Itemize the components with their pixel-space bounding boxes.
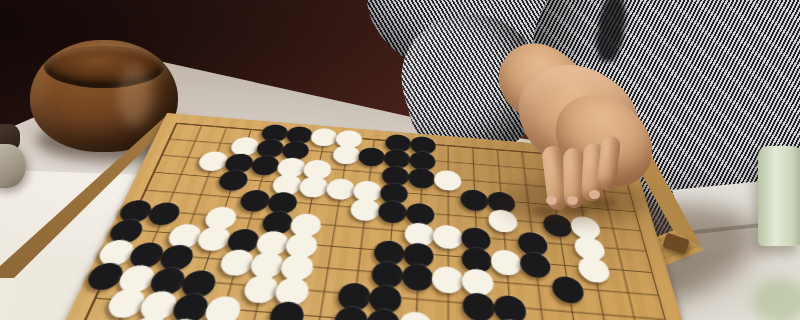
fingernail — [589, 190, 600, 199]
white-stone-r4c6: ● — [268, 168, 306, 197]
white-stone-r6c4: ● — [200, 200, 243, 232]
black-stone-r5c6: ● — [263, 186, 302, 216]
hoshi-point — [187, 302, 195, 308]
black-stone-r2c10: ● — [381, 144, 413, 170]
black-stone-r9c10: ● — [366, 276, 406, 315]
white-stone-r11c3: ● — [122, 307, 176, 320]
white-stone-r11c4: ● — [156, 310, 209, 320]
bowl-highlight — [118, 64, 152, 126]
black-stone-r11c5: ● — [190, 312, 241, 320]
black-stone-r2c6: ● — [278, 136, 314, 162]
white-stone-r5c9: ● — [347, 192, 383, 223]
black-stone-r3c5: ● — [247, 149, 285, 176]
black-stone-r1c11: ● — [408, 131, 438, 156]
black-stone-r11c6: ● — [224, 315, 273, 320]
black-stone-r9c3: ● — [144, 259, 194, 297]
white-stone-r4c7: ● — [295, 170, 332, 199]
black-stone-r5c10: ● — [375, 194, 410, 225]
white-stone-r8c7: ● — [276, 247, 318, 283]
black-stone-r8c16: ● — [548, 269, 589, 306]
white-stone-r6c17: ● — [569, 229, 609, 262]
black-stone-r8c10: ● — [368, 254, 406, 291]
white-stone-r3c7: ● — [300, 154, 336, 181]
black-stone-r6c6: ● — [258, 204, 299, 236]
black-stone-r6c15: ● — [514, 225, 551, 258]
white-stone-r10c11: ● — [395, 303, 434, 320]
black-stone-r3c4: ● — [220, 147, 259, 174]
hoshi-point — [391, 189, 397, 193]
black-stone-r6c2: ● — [142, 195, 188, 227]
black-stone-r3c11: ● — [406, 162, 438, 190]
white-stone-r6c12: ● — [431, 218, 465, 251]
black-stone-r7c11: ● — [400, 235, 436, 270]
black-stone-r10c9: ● — [330, 298, 373, 320]
white-stone-r10c3: ● — [133, 282, 185, 320]
white-stone-r1c8: ● — [332, 125, 365, 150]
black-stone-r5c11: ● — [403, 197, 437, 228]
white-stone-r4c8: ● — [323, 172, 359, 201]
black-stone-r8c3: ● — [153, 237, 201, 273]
black-stone-r8c2: ● — [123, 235, 172, 271]
black-stone-r4c13: ● — [458, 183, 491, 212]
cup — [758, 146, 800, 246]
white-stone-r8c13: ● — [460, 261, 497, 298]
fingernail — [546, 196, 557, 205]
white-stone-r8c12: ● — [430, 259, 466, 296]
black-stone-r7c13: ● — [459, 240, 495, 275]
white-stone-r10c2: ● — [101, 280, 155, 320]
white-stone-r7c6: ● — [252, 224, 294, 258]
white-stone-r9c7: ● — [270, 269, 314, 307]
green-item-reflection — [752, 278, 800, 320]
white-stone-r6c11: ● — [402, 215, 437, 248]
white-stone-r7c14: ● — [488, 242, 525, 277]
white-stone-r10c14: ● — [492, 311, 533, 320]
white-stone-r1c7: ● — [307, 123, 341, 148]
black-stone-r1c6: ● — [282, 121, 317, 146]
black-stone-r6c13: ● — [459, 220, 494, 253]
black-stone-r8c11: ● — [399, 257, 436, 294]
white-stone-r4c9: ● — [350, 175, 385, 204]
white-stone-r7c4: ● — [192, 219, 237, 253]
go-game-photo: ●●●●●●●●●●●●●●●●●●●●●●●●●●●●●●●●●●●●●●●●… — [0, 0, 800, 320]
white-stone-r2c8: ● — [329, 140, 363, 166]
white-stone-r2c4: ● — [226, 132, 264, 158]
black-stone-r10c7: ● — [264, 293, 310, 320]
black-stone-r9c4: ● — [175, 262, 223, 300]
black-stone-r2c9: ● — [355, 142, 388, 168]
black-stone-r1c10: ● — [383, 129, 414, 154]
black-stone-r9c9: ● — [334, 274, 375, 313]
white-stone-r3c12: ● — [432, 164, 463, 192]
white-stone-r7c17: ● — [573, 249, 614, 284]
white-stone-r9c6: ● — [239, 267, 284, 305]
hoshi-point — [231, 176, 238, 180]
white-stone-r3c6: ● — [273, 152, 310, 179]
black-stone-r5c5: ● — [235, 183, 276, 213]
white-stone-r8c6: ● — [245, 244, 289, 280]
black-stone-r9c14: ● — [490, 286, 530, 320]
white-stone-r3c3: ● — [194, 145, 234, 172]
black-stone-r7c5: ● — [222, 221, 266, 255]
black-stone-r10c10: ● — [363, 300, 404, 320]
black-stone-r9c13: ● — [460, 284, 498, 320]
fingernail — [567, 196, 578, 205]
black-stone-r7c15: ● — [516, 245, 554, 280]
black-stone-r1c5: ● — [257, 119, 293, 144]
black-stone-r3c10: ● — [379, 160, 412, 188]
white-stone-r7c3: ● — [162, 217, 208, 251]
black-stone-r7c10: ● — [371, 233, 408, 267]
white-stone-r8c5: ● — [215, 242, 260, 278]
black-stone-r2c5: ● — [252, 134, 289, 160]
black-stone-r2c11: ● — [407, 146, 438, 172]
white-stone-r9c2: ● — [112, 257, 163, 295]
white-stone-r6c7: ● — [286, 206, 326, 238]
white-stone-r10c5: ● — [199, 287, 248, 320]
white-stone-r7c7: ● — [281, 226, 322, 260]
